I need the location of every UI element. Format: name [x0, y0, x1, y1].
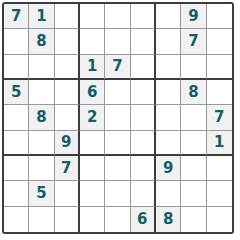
cell-r6c2[interactable] [29, 131, 54, 156]
cell-r3c7[interactable] [156, 55, 181, 80]
cell-r9c7[interactable]: 8 [156, 207, 181, 232]
cell-r3c4[interactable]: 1 [80, 55, 105, 80]
cell-r1c1[interactable]: 7 [4, 4, 29, 29]
cell-r8c2[interactable]: 5 [29, 181, 54, 206]
cell-r7c5[interactable] [105, 156, 130, 181]
cell-r7c3[interactable]: 7 [55, 156, 80, 181]
cell-r1c2[interactable]: 1 [29, 4, 54, 29]
cell-r6c4[interactable] [80, 131, 105, 156]
sudoku-app: 71987175688279179568 [0, 0, 240, 240]
cell-r5c7[interactable] [156, 105, 181, 130]
cell-r8c3[interactable] [55, 181, 80, 206]
cell-r3c6[interactable] [131, 55, 156, 80]
cell-r5c8[interactable] [181, 105, 206, 130]
cell-r5c6[interactable] [131, 105, 156, 130]
cell-r4c3[interactable] [55, 80, 80, 105]
cell-r8c4[interactable] [80, 181, 105, 206]
cell-r1c7[interactable] [156, 4, 181, 29]
cell-r5c1[interactable] [4, 105, 29, 130]
cell-r9c8[interactable] [181, 207, 206, 232]
cell-r5c2[interactable]: 8 [29, 105, 54, 130]
cell-r5c4[interactable]: 2 [80, 105, 105, 130]
cell-r1c6[interactable] [131, 4, 156, 29]
cell-r2c5[interactable] [105, 29, 130, 54]
cell-r8c8[interactable] [181, 181, 206, 206]
cell-r6c8[interactable] [181, 131, 206, 156]
cell-r9c5[interactable] [105, 207, 130, 232]
cell-r2c7[interactable] [156, 29, 181, 54]
cell-r5c5[interactable] [105, 105, 130, 130]
cell-r2c1[interactable] [4, 29, 29, 54]
cell-r7c2[interactable] [29, 156, 54, 181]
cell-r3c3[interactable] [55, 55, 80, 80]
cell-r3c9[interactable] [207, 55, 232, 80]
cell-r3c2[interactable] [29, 55, 54, 80]
cell-r6c6[interactable] [131, 131, 156, 156]
cell-r9c2[interactable] [29, 207, 54, 232]
cell-r8c7[interactable] [156, 181, 181, 206]
cell-r9c4[interactable] [80, 207, 105, 232]
cell-r5c9[interactable]: 7 [207, 105, 232, 130]
cell-r4c6[interactable] [131, 80, 156, 105]
cell-r4c4[interactable]: 6 [80, 80, 105, 105]
cell-r3c8[interactable] [181, 55, 206, 80]
cell-r2c4[interactable] [80, 29, 105, 54]
cell-r4c7[interactable] [156, 80, 181, 105]
cell-r9c9[interactable] [207, 207, 232, 232]
cell-r4c1[interactable]: 5 [4, 80, 29, 105]
cell-r2c9[interactable] [207, 29, 232, 54]
cell-r1c8[interactable]: 9 [181, 4, 206, 29]
cell-r9c3[interactable] [55, 207, 80, 232]
cell-r2c8[interactable]: 7 [181, 29, 206, 54]
cell-r7c1[interactable] [4, 156, 29, 181]
cell-r7c6[interactable] [131, 156, 156, 181]
sudoku-board: 71987175688279179568 [2, 2, 234, 234]
cell-r8c1[interactable] [4, 181, 29, 206]
cell-r4c8[interactable]: 8 [181, 80, 206, 105]
cell-r7c7[interactable]: 9 [156, 156, 181, 181]
cell-r4c5[interactable] [105, 80, 130, 105]
cell-r2c3[interactable] [55, 29, 80, 54]
cell-r6c7[interactable] [156, 131, 181, 156]
cell-r8c5[interactable] [105, 181, 130, 206]
cell-r6c1[interactable] [4, 131, 29, 156]
cell-r7c9[interactable] [207, 156, 232, 181]
cell-r6c3[interactable]: 9 [55, 131, 80, 156]
cell-r9c6[interactable]: 6 [131, 207, 156, 232]
cell-r4c9[interactable] [207, 80, 232, 105]
cell-r3c5[interactable]: 7 [105, 55, 130, 80]
cell-r2c6[interactable] [131, 29, 156, 54]
cell-r8c6[interactable] [131, 181, 156, 206]
cell-r4c2[interactable] [29, 80, 54, 105]
cell-r7c8[interactable] [181, 156, 206, 181]
cell-r9c1[interactable] [4, 207, 29, 232]
cell-r6c9[interactable]: 1 [207, 131, 232, 156]
cell-r1c5[interactable] [105, 4, 130, 29]
cell-r7c4[interactable] [80, 156, 105, 181]
cell-r5c3[interactable] [55, 105, 80, 130]
cell-r1c3[interactable] [55, 4, 80, 29]
cell-r3c1[interactable] [4, 55, 29, 80]
cell-r2c2[interactable]: 8 [29, 29, 54, 54]
cell-r8c9[interactable] [207, 181, 232, 206]
cell-r1c4[interactable] [80, 4, 105, 29]
cell-r1c9[interactable] [207, 4, 232, 29]
cell-r6c5[interactable] [105, 131, 130, 156]
